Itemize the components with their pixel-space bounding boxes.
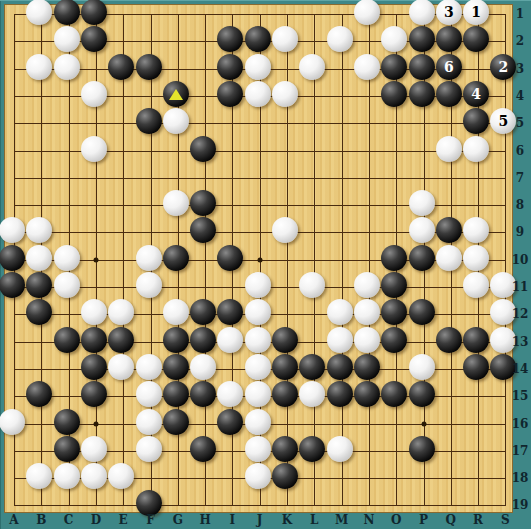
hoshi-point xyxy=(421,421,426,426)
white-stone-P14[interactable] xyxy=(409,354,435,380)
black-stone-H6[interactable] xyxy=(190,136,216,162)
black-stone-S3[interactable]: 2 xyxy=(490,54,516,80)
white-stone-B1[interactable] xyxy=(26,0,52,25)
black-stone-O13[interactable] xyxy=(381,327,407,353)
white-stone-F17[interactable] xyxy=(136,436,162,462)
white-stone-J3[interactable] xyxy=(245,54,271,80)
white-stone-P8[interactable] xyxy=(409,190,435,216)
white-stone-J13[interactable] xyxy=(245,327,271,353)
column-label-P: P xyxy=(419,513,428,527)
column-label-F: F xyxy=(146,513,155,527)
white-stone-F10[interactable] xyxy=(136,245,162,271)
white-stone-Q10[interactable] xyxy=(436,245,462,271)
white-stone-R9[interactable] xyxy=(463,217,489,243)
white-stone-J4[interactable] xyxy=(245,81,271,107)
white-stone-P9[interactable] xyxy=(409,217,435,243)
white-stone-R10[interactable] xyxy=(463,245,489,271)
row-label-4: 4 xyxy=(516,89,524,103)
row-label-7: 7 xyxy=(516,171,524,185)
black-stone-H13[interactable] xyxy=(190,327,216,353)
black-stone-I4[interactable] xyxy=(217,81,243,107)
move-number-label: 6 xyxy=(444,60,454,74)
black-stone-G16[interactable] xyxy=(163,409,189,435)
white-stone-F15[interactable] xyxy=(136,381,162,407)
black-stone-D15[interactable] xyxy=(81,381,107,407)
black-stone-Q2[interactable] xyxy=(436,26,462,52)
black-stone-D13[interactable] xyxy=(81,327,107,353)
grid-line-vertical xyxy=(369,14,370,506)
white-stone-J12[interactable] xyxy=(245,299,271,325)
white-stone-F16[interactable] xyxy=(136,409,162,435)
white-stone-N3[interactable] xyxy=(354,54,380,80)
column-label-O: O xyxy=(391,513,401,527)
column-label-D: D xyxy=(91,513,101,527)
black-stone-H15[interactable] xyxy=(190,381,216,407)
black-stone-H8[interactable] xyxy=(190,190,216,216)
black-stone-P12[interactable] xyxy=(409,299,435,325)
black-stone-K13[interactable] xyxy=(272,327,298,353)
black-stone-P4[interactable] xyxy=(409,81,435,107)
white-stone-I13[interactable] xyxy=(217,327,243,353)
move-number-label: 1 xyxy=(471,5,481,19)
column-label-A: A xyxy=(9,513,18,527)
row-label-6: 6 xyxy=(516,144,524,158)
grid-line-vertical xyxy=(314,14,315,506)
black-stone-H12[interactable] xyxy=(190,299,216,325)
black-stone-A10[interactable] xyxy=(0,245,25,271)
white-stone-J16[interactable] xyxy=(245,409,271,435)
white-stone-I15[interactable] xyxy=(217,381,243,407)
white-stone-C2[interactable] xyxy=(54,26,80,52)
white-stone-R1[interactable]: 1 xyxy=(463,0,489,25)
hoshi-point xyxy=(257,257,262,262)
column-label-Q: Q xyxy=(446,513,456,527)
white-stone-E18[interactable] xyxy=(108,463,134,489)
black-stone-C1[interactable] xyxy=(54,0,80,25)
white-stone-J14[interactable] xyxy=(245,354,271,380)
row-label-10: 10 xyxy=(512,253,529,267)
white-stone-L11[interactable] xyxy=(299,272,325,298)
row-label-3: 3 xyxy=(516,62,524,76)
black-stone-G15[interactable] xyxy=(163,381,189,407)
grid-line-vertical xyxy=(505,14,506,506)
white-stone-P1[interactable] xyxy=(409,0,435,25)
white-stone-R11[interactable] xyxy=(463,272,489,298)
black-stone-P2[interactable] xyxy=(409,26,435,52)
black-stone-O10[interactable] xyxy=(381,245,407,271)
white-stone-C10[interactable] xyxy=(54,245,80,271)
white-stone-D4[interactable] xyxy=(81,81,107,107)
column-label-E: E xyxy=(119,513,128,527)
white-stone-M12[interactable] xyxy=(327,299,353,325)
white-stone-O2[interactable] xyxy=(381,26,407,52)
column-label-I: I xyxy=(230,513,236,527)
black-stone-O3[interactable] xyxy=(381,54,407,80)
black-stone-A11[interactable] xyxy=(0,272,25,298)
white-stone-G8[interactable] xyxy=(163,190,189,216)
white-stone-M17[interactable] xyxy=(327,436,353,462)
black-stone-P10[interactable] xyxy=(409,245,435,271)
black-stone-K14[interactable] xyxy=(272,354,298,380)
white-stone-L15[interactable] xyxy=(299,381,325,407)
white-stone-L3[interactable] xyxy=(299,54,325,80)
black-stone-B15[interactable] xyxy=(26,381,52,407)
white-stone-F11[interactable] xyxy=(136,272,162,298)
black-stone-R13[interactable] xyxy=(463,327,489,353)
grid-line-vertical xyxy=(342,14,343,506)
white-stone-N1[interactable] xyxy=(354,0,380,25)
row-label-9: 9 xyxy=(516,225,524,239)
black-stone-J2[interactable] xyxy=(245,26,271,52)
white-stone-B9[interactable] xyxy=(26,217,52,243)
black-stone-I12[interactable] xyxy=(217,299,243,325)
row-label-1: 1 xyxy=(516,7,524,21)
row-label-16: 16 xyxy=(512,417,529,431)
white-stone-Q6[interactable] xyxy=(436,136,462,162)
white-stone-M2[interactable] xyxy=(327,26,353,52)
black-stone-O4[interactable] xyxy=(381,81,407,107)
black-stone-N15[interactable] xyxy=(354,381,380,407)
column-label-N: N xyxy=(363,513,374,527)
white-stone-K9[interactable] xyxy=(272,217,298,243)
white-stone-G12[interactable] xyxy=(163,299,189,325)
column-label-M: M xyxy=(335,513,348,527)
white-stone-R6[interactable] xyxy=(463,136,489,162)
white-stone-D12[interactable] xyxy=(81,299,107,325)
black-stone-G14[interactable] xyxy=(163,354,189,380)
black-stone-C17[interactable] xyxy=(54,436,80,462)
black-stone-P15[interactable] xyxy=(409,381,435,407)
white-stone-M13[interactable] xyxy=(327,327,353,353)
column-label-G: G xyxy=(173,513,183,527)
black-stone-D1[interactable] xyxy=(81,0,107,25)
black-stone-K17[interactable] xyxy=(272,436,298,462)
column-label-R: R xyxy=(473,513,483,527)
black-stone-Q9[interactable] xyxy=(436,217,462,243)
white-stone-J18[interactable] xyxy=(245,463,271,489)
white-stone-H14[interactable] xyxy=(190,354,216,380)
row-label-8: 8 xyxy=(516,198,524,212)
white-stone-J17[interactable] xyxy=(245,436,271,462)
black-stone-O12[interactable] xyxy=(381,299,407,325)
column-label-J: J xyxy=(257,513,263,527)
move-number-label: 5 xyxy=(499,114,509,128)
white-stone-D18[interactable] xyxy=(81,463,107,489)
hoshi-point xyxy=(93,421,98,426)
white-stone-J11[interactable] xyxy=(245,272,271,298)
column-label-S: S xyxy=(501,513,510,527)
black-stone-R4[interactable]: 4 xyxy=(463,81,489,107)
white-stone-N12[interactable] xyxy=(354,299,380,325)
black-stone-K15[interactable] xyxy=(272,381,298,407)
black-stone-R14[interactable] xyxy=(463,354,489,380)
white-stone-S5[interactable]: 5 xyxy=(490,108,516,134)
column-label-H: H xyxy=(199,513,210,527)
white-stone-J15[interactable] xyxy=(245,381,271,407)
column-label-B: B xyxy=(36,513,46,527)
white-stone-G5[interactable] xyxy=(163,108,189,134)
go-app-window: 316245ABCDEFGHIJKLMNOPQRS123456789101112… xyxy=(0,0,531,529)
white-stone-K4[interactable] xyxy=(272,81,298,107)
black-stone-Q3[interactable]: 6 xyxy=(436,54,462,80)
row-label-13: 13 xyxy=(512,335,529,349)
black-stone-Q13[interactable] xyxy=(436,327,462,353)
black-stone-N14[interactable] xyxy=(354,354,380,380)
move-number-label: 2 xyxy=(499,60,509,74)
white-stone-N13[interactable] xyxy=(354,327,380,353)
black-stone-M14[interactable] xyxy=(327,354,353,380)
black-stone-R5[interactable] xyxy=(463,108,489,134)
row-label-18: 18 xyxy=(512,471,529,485)
black-stone-F5[interactable] xyxy=(136,108,162,134)
row-label-17: 17 xyxy=(512,444,529,458)
black-stone-I3[interactable] xyxy=(217,54,243,80)
black-stone-D14[interactable] xyxy=(81,354,107,380)
black-stone-L17[interactable] xyxy=(299,436,325,462)
white-stone-B3[interactable] xyxy=(26,54,52,80)
white-stone-C11[interactable] xyxy=(54,272,80,298)
black-stone-G13[interactable] xyxy=(163,327,189,353)
move-number-label: 4 xyxy=(471,87,481,101)
grid-line-horizontal xyxy=(14,505,506,506)
white-stone-E12[interactable] xyxy=(108,299,134,325)
white-stone-C18[interactable] xyxy=(54,463,80,489)
white-stone-K2[interactable] xyxy=(272,26,298,52)
black-stone-H9[interactable] xyxy=(190,217,216,243)
row-label-14: 14 xyxy=(512,362,529,376)
black-stone-L14[interactable] xyxy=(299,354,325,380)
black-stone-E13[interactable] xyxy=(108,327,134,353)
white-stone-F14[interactable] xyxy=(136,354,162,380)
black-stone-C13[interactable] xyxy=(54,327,80,353)
black-stone-G4[interactable] xyxy=(163,81,189,107)
column-label-K: K xyxy=(282,513,292,527)
black-stone-B11[interactable] xyxy=(26,272,52,298)
row-label-15: 15 xyxy=(512,389,529,403)
white-stone-Q1[interactable]: 3 xyxy=(436,0,462,25)
white-stone-B10[interactable] xyxy=(26,245,52,271)
white-stone-D17[interactable] xyxy=(81,436,107,462)
move-number-label: 3 xyxy=(444,5,454,19)
black-stone-I16[interactable] xyxy=(217,409,243,435)
black-stone-G10[interactable] xyxy=(163,245,189,271)
row-label-2: 2 xyxy=(516,34,524,48)
row-label-11: 11 xyxy=(512,280,529,294)
hoshi-point xyxy=(93,257,98,262)
triangle-marker-icon xyxy=(169,89,183,100)
black-stone-K18[interactable] xyxy=(272,463,298,489)
white-stone-N11[interactable] xyxy=(354,272,380,298)
black-stone-R2[interactable] xyxy=(463,26,489,52)
white-stone-A16[interactable] xyxy=(0,409,25,435)
black-stone-D2[interactable] xyxy=(81,26,107,52)
black-stone-I2[interactable] xyxy=(217,26,243,52)
black-stone-I10[interactable] xyxy=(217,245,243,271)
black-stone-P17[interactable] xyxy=(409,436,435,462)
row-label-12: 12 xyxy=(512,307,529,321)
white-stone-A9[interactable] xyxy=(0,217,25,243)
black-stone-Q4[interactable] xyxy=(436,81,462,107)
black-stone-C16[interactable] xyxy=(54,409,80,435)
white-stone-E14[interactable] xyxy=(108,354,134,380)
black-stone-O11[interactable] xyxy=(381,272,407,298)
black-stone-M15[interactable] xyxy=(327,381,353,407)
white-stone-B18[interactable] xyxy=(26,463,52,489)
row-label-5: 5 xyxy=(516,116,524,130)
black-stone-E3[interactable] xyxy=(108,54,134,80)
black-stone-O15[interactable] xyxy=(381,381,407,407)
black-stone-F3[interactable] xyxy=(136,54,162,80)
row-label-19: 19 xyxy=(512,498,529,512)
black-stone-H17[interactable] xyxy=(190,436,216,462)
white-stone-D6[interactable] xyxy=(81,136,107,162)
black-stone-P3[interactable] xyxy=(409,54,435,80)
column-label-C: C xyxy=(64,513,74,527)
column-label-L: L xyxy=(310,513,318,527)
white-stone-C3[interactable] xyxy=(54,54,80,80)
black-stone-B12[interactable] xyxy=(26,299,52,325)
